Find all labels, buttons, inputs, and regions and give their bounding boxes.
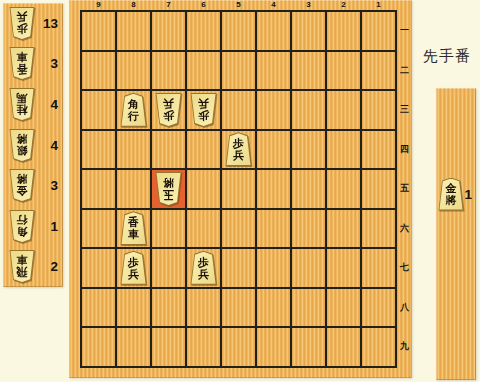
cell-1-6[interactable] xyxy=(362,210,395,248)
cell-7-7[interactable] xyxy=(152,249,185,287)
cell-7-8[interactable] xyxy=(152,289,185,327)
file-label-2: 2 xyxy=(327,0,360,10)
piece-kanji: 金 xyxy=(17,185,28,197)
piece-kanji: 兵 xyxy=(198,97,209,109)
cell-8-8[interactable] xyxy=(117,289,150,327)
gote-hand-piece[interactable]: 桂馬 xyxy=(9,88,35,121)
piece-kanji: 將 xyxy=(446,195,457,207)
cell-9-5[interactable] xyxy=(82,170,115,208)
cell-5-3[interactable] xyxy=(222,91,255,129)
piece-kanji: 角 xyxy=(17,225,28,237)
sente-hand-row: 金將1 xyxy=(436,176,476,212)
piece-kanji: 車 xyxy=(128,229,139,241)
board-piece-sente-8-6[interactable]: 香車 xyxy=(120,211,147,245)
cell-9-4[interactable] xyxy=(82,131,115,169)
piece-kanji: 歩 xyxy=(198,257,209,269)
piece-kanji: 將 xyxy=(17,173,28,185)
gote-hand-row: 桂馬4 xyxy=(3,84,63,125)
cell-6-6[interactable] xyxy=(187,210,220,248)
gote-hand-row: 銀將4 xyxy=(3,125,63,166)
piece-kanji: 歩 xyxy=(163,109,174,121)
cell-7-6[interactable] xyxy=(152,210,185,248)
cell-1-2[interactable] xyxy=(362,52,395,90)
cell-2-2[interactable] xyxy=(327,52,360,90)
rank-label-1: 一 xyxy=(397,12,412,50)
cell-9-2[interactable] xyxy=(82,52,115,90)
rank-label-9: 九 xyxy=(397,328,412,366)
piece-kanji: 兵 xyxy=(198,269,209,281)
cell-7-2[interactable] xyxy=(152,52,185,90)
cell-4-2[interactable] xyxy=(257,52,290,90)
gote-hand-row: 角行1 xyxy=(3,206,63,247)
cell-1-7[interactable] xyxy=(362,249,395,287)
gote-hand-row: 金將3 xyxy=(3,165,63,206)
cell-8-9[interactable] xyxy=(117,328,150,366)
rank-label-6: 六 xyxy=(397,210,412,248)
board-piece-gote-7-3[interactable]: 歩兵 xyxy=(155,93,182,127)
cell-6-3[interactable]: 歩兵 xyxy=(187,91,220,129)
rank-label-2: 二 xyxy=(397,52,412,90)
shogi-diagram-page: 歩兵13香車3桂馬4銀將4金將3角行1飛車2 987654321 角行歩兵歩兵歩… xyxy=(0,0,480,382)
turn-indicator: 先手番 xyxy=(423,47,477,66)
cell-9-8[interactable] xyxy=(82,289,115,327)
cell-2-3[interactable] xyxy=(327,91,360,129)
cell-2-1[interactable] xyxy=(327,12,360,50)
board-grid: 角行歩兵歩兵歩兵玉將香車歩兵歩兵 xyxy=(80,10,397,368)
cell-2-4[interactable] xyxy=(327,131,360,169)
piece-kanji: 角 xyxy=(128,99,139,111)
board-piece-sente-8-7[interactable]: 歩兵 xyxy=(120,251,147,285)
cell-3-4[interactable] xyxy=(292,131,325,169)
cell-3-5[interactable] xyxy=(292,170,325,208)
rank-label-4: 四 xyxy=(397,131,412,169)
cell-6-1[interactable] xyxy=(187,12,220,50)
piece-kanji: 兵 xyxy=(233,150,244,162)
board-piece-sente-5-4[interactable]: 歩兵 xyxy=(225,132,252,166)
gote-hand-stand: 歩兵13香車3桂馬4銀將4金將3角行1飛車2 xyxy=(3,3,63,287)
cell-3-3[interactable] xyxy=(292,91,325,129)
gote-hand-row: 香車3 xyxy=(3,44,63,85)
shogi-board: 987654321 角行歩兵歩兵歩兵玉將香車歩兵歩兵 一二三四五六七八九 xyxy=(69,0,412,378)
cell-2-7[interactable] xyxy=(327,249,360,287)
cell-9-6[interactable] xyxy=(82,210,115,248)
cell-7-1[interactable] xyxy=(152,12,185,50)
piece-kanji: 桂 xyxy=(17,103,28,115)
piece-kanji: 將 xyxy=(17,132,28,144)
piece-kanji: 玉 xyxy=(163,188,174,200)
file-label-4: 4 xyxy=(257,0,290,10)
file-label-8: 8 xyxy=(117,0,150,10)
cell-4-7[interactable] xyxy=(257,249,290,287)
rank-label-7: 七 xyxy=(397,249,412,287)
piece-kanji: 歩 xyxy=(198,109,209,121)
gote-hand-count: 4 xyxy=(35,97,63,112)
piece-kanji: 兵 xyxy=(163,97,174,109)
cell-3-6[interactable] xyxy=(292,210,325,248)
gote-hand-piece[interactable]: 角行 xyxy=(9,210,35,243)
cell-4-8[interactable] xyxy=(257,289,290,327)
rank-label-3: 三 xyxy=(397,91,412,129)
piece-kanji: 行 xyxy=(128,111,139,123)
cell-6-2[interactable] xyxy=(187,52,220,90)
cell-1-5[interactable] xyxy=(362,170,395,208)
gote-hand-piece[interactable]: 金將 xyxy=(9,169,35,202)
cell-6-8[interactable] xyxy=(187,289,220,327)
file-label-1: 1 xyxy=(362,0,395,10)
cell-5-2[interactable] xyxy=(222,52,255,90)
sente-hand-count: 1 xyxy=(464,187,476,202)
cell-3-7[interactable] xyxy=(292,249,325,287)
cell-8-1[interactable] xyxy=(117,12,150,50)
cell-9-7[interactable] xyxy=(82,249,115,287)
cell-4-5[interactable] xyxy=(257,170,290,208)
gote-hand-row: 飛車2 xyxy=(3,246,63,287)
cell-9-1[interactable] xyxy=(82,12,115,50)
board-piece-gote-7-5[interactable]: 玉將 xyxy=(155,172,182,206)
cell-5-4[interactable]: 歩兵 xyxy=(222,131,255,169)
cell-3-8[interactable] xyxy=(292,289,325,327)
rank-label-5: 五 xyxy=(397,170,412,208)
cell-7-5[interactable]: 玉將 xyxy=(152,170,185,208)
gote-hand-count: 2 xyxy=(35,259,63,274)
cell-6-4[interactable] xyxy=(187,131,220,169)
cell-8-3[interactable]: 角行 xyxy=(117,91,150,129)
gote-hand-piece[interactable]: 香車 xyxy=(9,47,35,80)
cell-4-9[interactable] xyxy=(257,328,290,366)
file-label-5: 5 xyxy=(222,0,255,10)
gote-hand-piece[interactable]: 銀將 xyxy=(9,129,35,162)
cell-3-1[interactable] xyxy=(292,12,325,50)
cell-4-3[interactable] xyxy=(257,91,290,129)
file-label-7: 7 xyxy=(152,0,185,10)
cell-1-4[interactable] xyxy=(362,131,395,169)
piece-kanji: 將 xyxy=(163,176,174,188)
gote-hand-piece[interactable]: 歩兵 xyxy=(9,7,35,40)
cell-4-6[interactable] xyxy=(257,210,290,248)
board-piece-sente-6-7[interactable]: 歩兵 xyxy=(190,251,217,285)
cell-7-4[interactable] xyxy=(152,131,185,169)
cell-5-6[interactable] xyxy=(222,210,255,248)
cell-6-9[interactable] xyxy=(187,328,220,366)
cell-8-5[interactable] xyxy=(117,170,150,208)
gote-hand-count: 3 xyxy=(35,56,63,71)
piece-kanji: 兵 xyxy=(128,269,139,281)
cell-1-1[interactable] xyxy=(362,12,395,50)
cell-2-9[interactable] xyxy=(327,328,360,366)
rank-labels: 一二三四五六七八九 xyxy=(397,10,412,368)
piece-kanji: 香 xyxy=(17,63,28,75)
cell-3-2[interactable] xyxy=(292,52,325,90)
cell-3-9[interactable] xyxy=(292,328,325,366)
cell-7-3[interactable]: 歩兵 xyxy=(152,91,185,129)
cell-2-5[interactable] xyxy=(327,170,360,208)
cell-4-1[interactable] xyxy=(257,12,290,50)
file-label-3: 3 xyxy=(292,0,325,10)
cell-5-7[interactable] xyxy=(222,249,255,287)
piece-kanji: 車 xyxy=(17,51,28,63)
sente-hand-stand: 金將1 xyxy=(436,88,476,380)
file-labels: 987654321 xyxy=(80,0,397,10)
cell-5-5[interactable] xyxy=(222,170,255,208)
board-piece-gote-6-3[interactable]: 歩兵 xyxy=(190,93,217,127)
cell-6-7[interactable]: 歩兵 xyxy=(187,249,220,287)
gote-hand-count: 3 xyxy=(35,178,63,193)
cell-4-4[interactable] xyxy=(257,131,290,169)
cell-1-8[interactable] xyxy=(362,289,395,327)
file-label-6: 6 xyxy=(187,0,220,10)
gote-hand-count: 13 xyxy=(35,16,63,31)
cell-8-4[interactable] xyxy=(117,131,150,169)
cell-2-8[interactable] xyxy=(327,289,360,327)
cell-2-6[interactable] xyxy=(327,210,360,248)
cell-9-3[interactable] xyxy=(82,91,115,129)
piece-kanji: 歩 xyxy=(17,22,28,34)
cell-6-5[interactable] xyxy=(187,170,220,208)
board-piece-sente-8-3[interactable]: 角行 xyxy=(120,93,147,127)
cell-8-6[interactable]: 香車 xyxy=(117,210,150,248)
cell-1-3[interactable] xyxy=(362,91,395,129)
rank-label-8: 八 xyxy=(397,289,412,327)
sente-hand-piece[interactable]: 金將 xyxy=(438,178,464,211)
piece-kanji: 歩 xyxy=(128,257,139,269)
piece-kanji: 兵 xyxy=(17,10,28,22)
piece-kanji: 馬 xyxy=(17,92,28,104)
gote-hand-row: 歩兵13 xyxy=(3,3,63,44)
cell-7-9[interactable] xyxy=(152,328,185,366)
piece-kanji: 車 xyxy=(17,254,28,266)
file-label-9: 9 xyxy=(82,0,115,10)
cell-1-9[interactable] xyxy=(362,328,395,366)
gote-hand-count: 1 xyxy=(35,219,63,234)
gote-hand-count: 4 xyxy=(35,138,63,153)
piece-kanji: 行 xyxy=(17,213,28,225)
piece-kanji: 飛 xyxy=(17,266,28,278)
cell-8-7[interactable]: 歩兵 xyxy=(117,249,150,287)
cell-5-1[interactable] xyxy=(222,12,255,50)
cell-5-9[interactable] xyxy=(222,328,255,366)
gote-hand-piece[interactable]: 飛車 xyxy=(9,250,35,283)
cell-9-9[interactable] xyxy=(82,328,115,366)
piece-kanji: 銀 xyxy=(17,144,28,156)
cell-8-2[interactable] xyxy=(117,52,150,90)
cell-5-8[interactable] xyxy=(222,289,255,327)
